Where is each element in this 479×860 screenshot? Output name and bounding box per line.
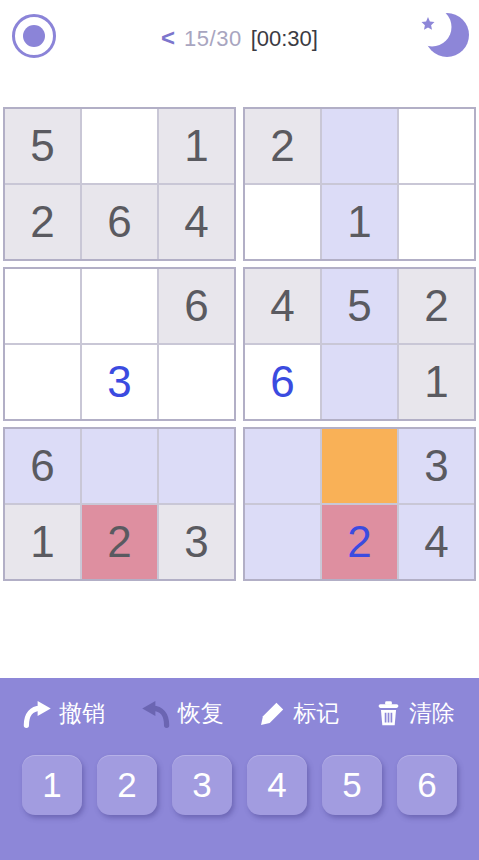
header-status: < 15/30 [00:30]	[0, 24, 479, 52]
numpad-key-3[interactable]: 3	[172, 755, 232, 815]
undo-label: 撤销	[59, 698, 105, 729]
undo-button[interactable]: 撤销	[22, 698, 105, 729]
box-row-1: 5126421	[3, 107, 476, 261]
cell-r3c5[interactable]: 5	[322, 269, 397, 343]
pencil-icon	[259, 700, 286, 727]
cell-r3c3[interactable]: 6	[159, 269, 234, 343]
cell-r1c2[interactable]	[82, 109, 157, 183]
cell-r3c2[interactable]	[82, 269, 157, 343]
numpad-key-4[interactable]: 4	[247, 755, 307, 815]
numpad-key-5[interactable]: 5	[322, 755, 382, 815]
cell-r5c6[interactable]: 3	[399, 429, 474, 503]
clear-label: 清除	[409, 698, 455, 729]
cell-r5c5[interactable]	[322, 429, 397, 503]
cell-r2c5[interactable]: 1	[322, 185, 397, 259]
numpad: 123456	[0, 755, 479, 815]
cell-r6c4[interactable]	[245, 505, 320, 579]
cell-r4c4[interactable]: 6	[245, 345, 320, 419]
cell-r5c4[interactable]	[245, 429, 320, 503]
cell-r3c6[interactable]: 2	[399, 269, 474, 343]
redo-label: 恢复	[178, 698, 224, 729]
progress-counter: 15/30	[184, 26, 242, 52]
cell-r5c3[interactable]	[159, 429, 234, 503]
cell-r4c5[interactable]	[322, 345, 397, 419]
cell-r6c6[interactable]: 4	[399, 505, 474, 579]
box-1-1: 51264	[3, 107, 236, 261]
cell-r6c5[interactable]: 2	[322, 505, 397, 579]
moon-icon	[415, 5, 471, 65]
numpad-key-6[interactable]: 6	[397, 755, 457, 815]
box-1-2: 21	[243, 107, 476, 261]
cell-r5c1[interactable]: 6	[5, 429, 80, 503]
cell-r2c6[interactable]	[399, 185, 474, 259]
cell-r6c2[interactable]: 2	[82, 505, 157, 579]
cell-r4c2[interactable]: 3	[82, 345, 157, 419]
night-mode-button[interactable]	[415, 5, 471, 65]
cell-r4c6[interactable]: 1	[399, 345, 474, 419]
box-3-1: 6123	[3, 427, 236, 581]
cell-r5c2[interactable]	[82, 429, 157, 503]
cell-r4c1[interactable]	[5, 345, 80, 419]
timer: [00:30]	[251, 26, 318, 52]
trash-icon	[375, 700, 402, 727]
box-2-1: 63	[3, 267, 236, 421]
box-row-2: 6345261	[3, 267, 476, 421]
redo-arrow-icon	[141, 699, 171, 729]
box-2-2: 45261	[243, 267, 476, 421]
cell-r1c4[interactable]: 2	[245, 109, 320, 183]
cell-r1c6[interactable]	[399, 109, 474, 183]
cell-r3c4[interactable]: 4	[245, 269, 320, 343]
cell-r1c1[interactable]: 5	[5, 109, 80, 183]
cell-r6c3[interactable]: 3	[159, 505, 234, 579]
back-button[interactable]: <	[161, 24, 175, 52]
action-toolbar: 撤销 恢复 标记 清除	[0, 678, 479, 729]
cell-r1c5[interactable]	[322, 109, 397, 183]
clear-button[interactable]: 清除	[375, 698, 455, 729]
cell-r6c1[interactable]: 1	[5, 505, 80, 579]
numpad-key-2[interactable]: 2	[97, 755, 157, 815]
cell-r4c3[interactable]	[159, 345, 234, 419]
cell-r3c1[interactable]	[5, 269, 80, 343]
cell-r2c2[interactable]: 6	[82, 185, 157, 259]
redo-button[interactable]: 恢复	[141, 698, 224, 729]
cell-r2c1[interactable]: 2	[5, 185, 80, 259]
board: 512642163452616123324	[3, 107, 476, 581]
box-3-2: 324	[243, 427, 476, 581]
cell-r2c3[interactable]: 4	[159, 185, 234, 259]
header: < 15/30 [00:30]	[0, 0, 479, 80]
cell-r2c4[interactable]	[245, 185, 320, 259]
undo-arrow-icon	[22, 699, 52, 729]
cell-r1c3[interactable]: 1	[159, 109, 234, 183]
mark-button[interactable]: 标记	[259, 698, 339, 729]
bottom-panel: 撤销 恢复 标记 清除 123456	[0, 678, 479, 860]
mark-label: 标记	[293, 698, 339, 729]
numpad-key-1[interactable]: 1	[22, 755, 82, 815]
box-row-3: 6123324	[3, 427, 476, 581]
